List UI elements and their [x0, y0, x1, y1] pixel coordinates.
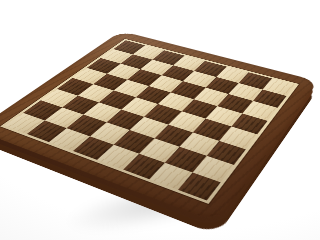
product-photo — [0, 0, 320, 240]
